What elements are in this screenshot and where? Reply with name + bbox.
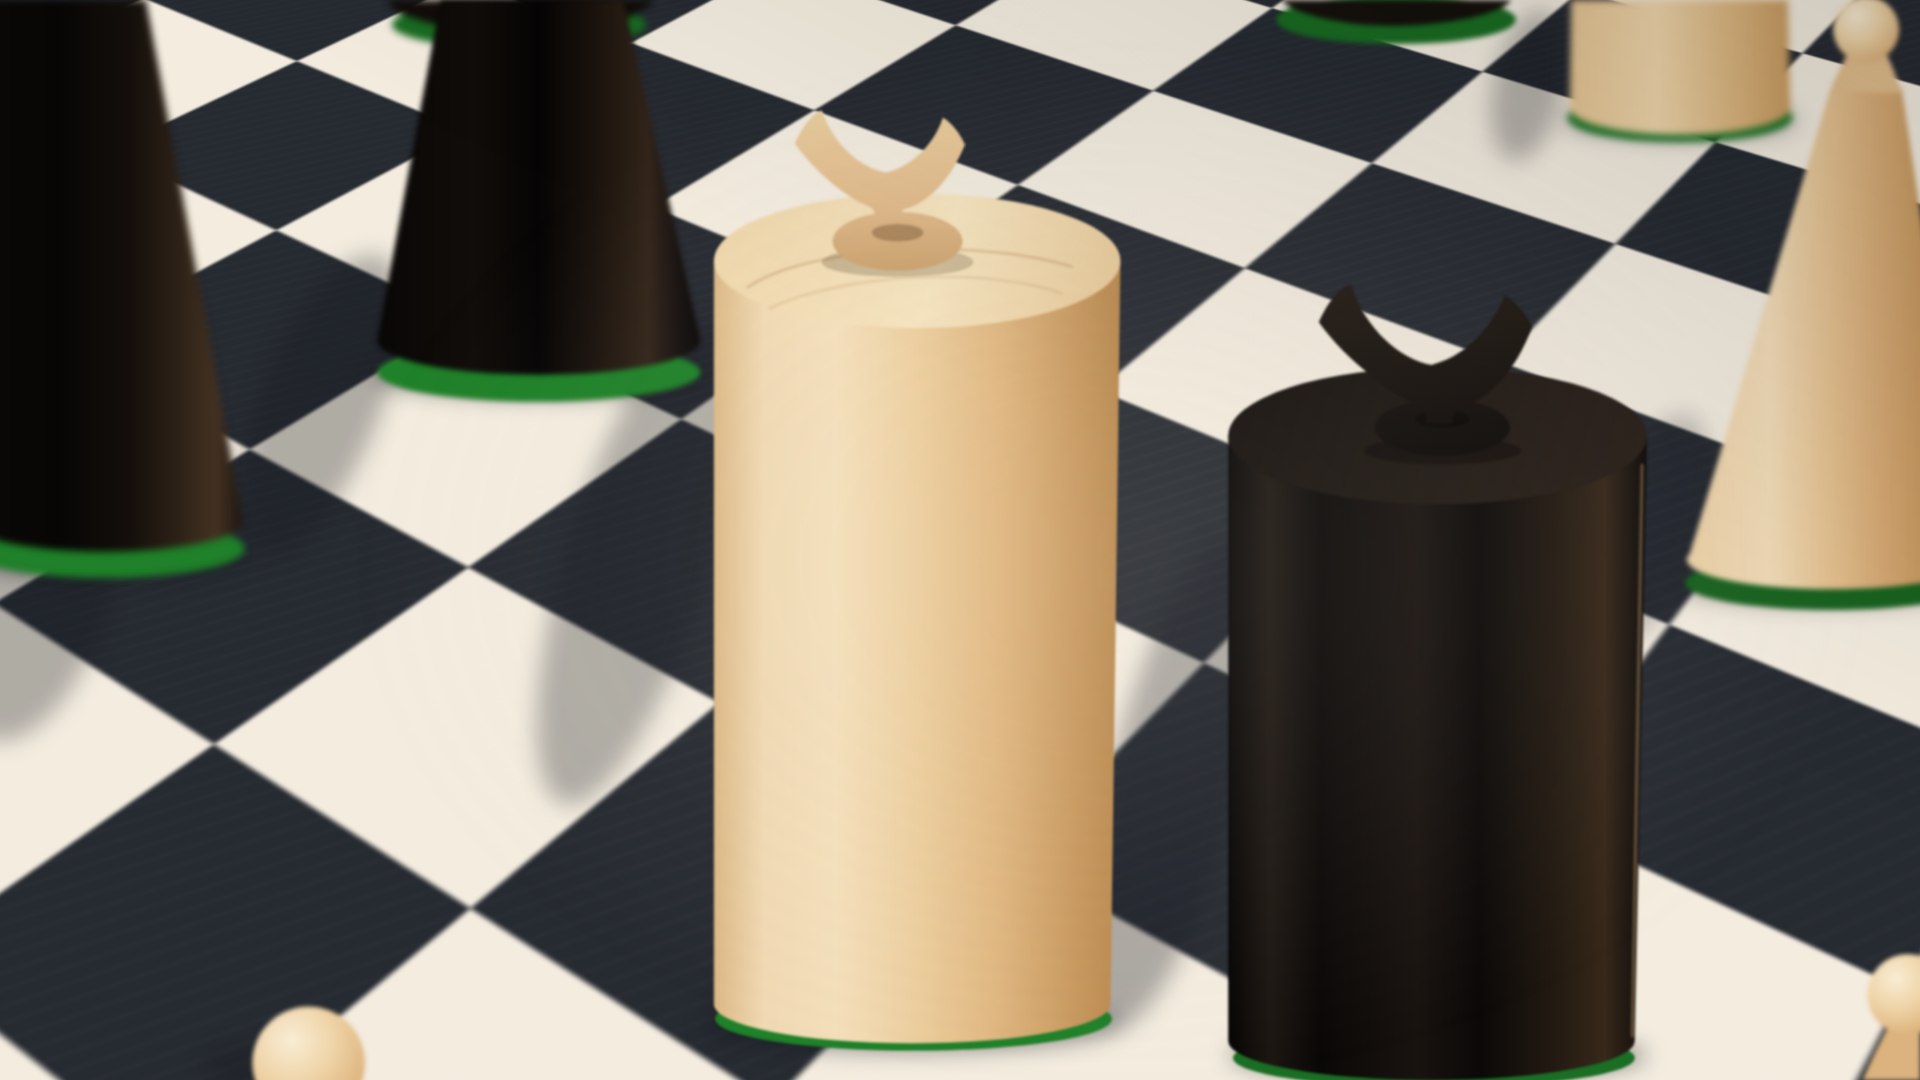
piece-white-pawn-right[interactable] <box>1862 954 1920 1080</box>
piece-body <box>377 0 700 375</box>
piece-body <box>1687 88 1920 589</box>
piece-body <box>1570 0 1790 135</box>
ball-finial <box>1833 0 1899 62</box>
piece-body <box>714 261 1121 1043</box>
piece-white-rook[interactable] <box>1567 0 1792 142</box>
finial-base-dip <box>872 224 923 241</box>
piece-black-pawn[interactable] <box>1276 0 1516 44</box>
ball-finial <box>252 1007 365 1080</box>
ball-finial <box>1867 954 1920 1035</box>
piece-black-queen[interactable] <box>377 0 700 402</box>
piece-black-king[interactable] <box>1228 284 1647 1080</box>
piece-body <box>1228 436 1647 1080</box>
piece-white-king[interactable] <box>714 110 1121 1050</box>
photo-stage <box>0 0 1920 1080</box>
piece-body <box>0 0 244 552</box>
piece-white-pawn-left[interactable] <box>252 1007 365 1080</box>
pieces-layer <box>0 0 1920 1080</box>
piece-black-bishop[interactable] <box>0 0 245 578</box>
photo-canvas <box>0 0 1920 1080</box>
